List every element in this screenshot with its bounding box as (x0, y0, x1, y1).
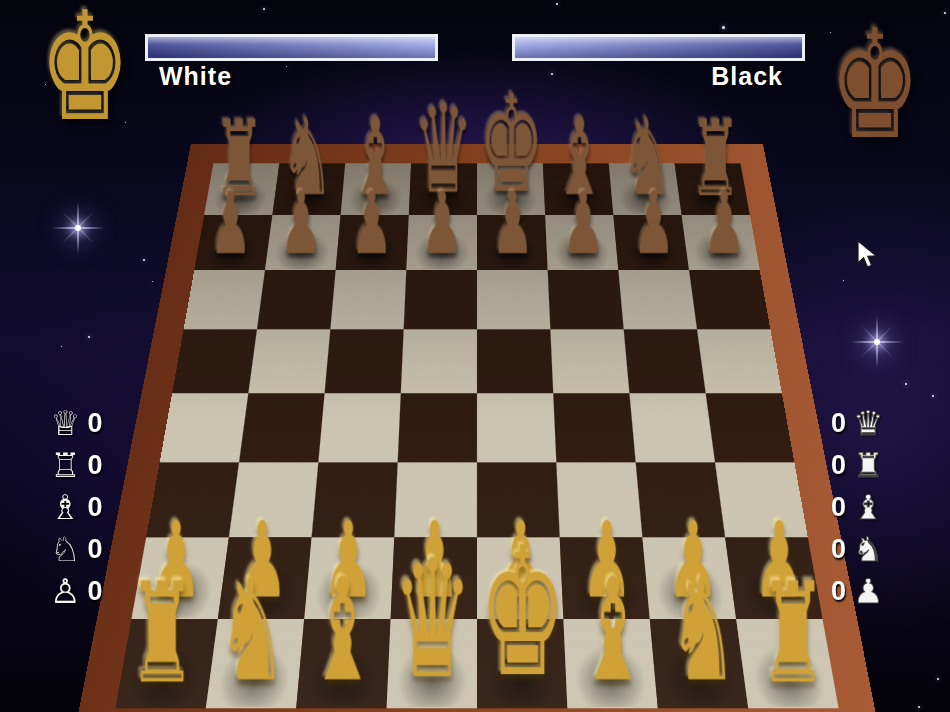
square-d4[interactable] (398, 393, 477, 462)
square-e1[interactable]: ♚ (477, 619, 567, 708)
star (143, 259, 145, 261)
left-queen-count: 0 (87, 408, 102, 439)
square-c7[interactable]: ♟ (336, 215, 409, 270)
square-b1[interactable]: ♞ (206, 619, 304, 708)
bright-star (873, 338, 881, 346)
piece-black-pawn[interactable]: ♟ (632, 180, 674, 266)
white-progress-fill (148, 37, 435, 58)
square-g5[interactable] (624, 329, 706, 393)
black-progress-bar (512, 34, 805, 61)
board-grid: ♜♞♝♛♚♝♞♜♟♟♟♟♟♟♟♟♟♟♟♟♟♟♟♟♜♞♝♛♚♝♞♜ (115, 164, 838, 709)
black-king-statue-icon: ♚ (824, 10, 926, 160)
left-rook-count: 0 (87, 450, 102, 481)
square-f4[interactable] (553, 393, 635, 462)
left-captured-row-bishop: ♗0 (50, 488, 103, 526)
star (61, 346, 62, 347)
right-bishop-count: 0 (831, 492, 846, 523)
square-f7[interactable]: ♟ (545, 215, 618, 270)
square-f5[interactable] (550, 329, 629, 393)
square-b7[interactable]: ♟ (265, 215, 341, 270)
star (918, 706, 920, 708)
white-king-statue-icon: ♚ (34, 0, 136, 142)
right-captured-row-queen: 0♛ (831, 404, 884, 442)
square-h7[interactable]: ♟ (682, 215, 760, 270)
right-captured-row-pawn: 0♟ (831, 572, 884, 610)
piece-white-knight[interactable]: ♞ (668, 561, 738, 703)
square-h5[interactable] (697, 329, 782, 393)
square-e7[interactable]: ♟ (477, 215, 548, 270)
square-b6[interactable] (257, 270, 336, 329)
right-pawn-count: 0 (831, 576, 846, 607)
board-rank-4 (160, 393, 795, 462)
square-d6[interactable] (404, 270, 477, 329)
bishop-icon: ♝ (853, 490, 883, 524)
square-a1[interactable]: ♜ (115, 619, 217, 708)
star (263, 8, 265, 10)
chess-board[interactable]: ♜♞♝♛♚♝♞♜♟♟♟♟♟♟♟♟♟♟♟♟♟♟♟♟♜♞♝♛♚♝♞♜ (72, 144, 883, 712)
board-rank-5 (172, 329, 782, 393)
left-captured-counters: ♕0♖0♗0♘0♙0 (50, 404, 103, 610)
square-g7[interactable]: ♟ (613, 215, 689, 270)
queen-icon: ♛ (853, 406, 883, 440)
square-c1[interactable]: ♝ (296, 619, 390, 708)
square-h1[interactable]: ♜ (736, 619, 838, 708)
board-rank-6 (184, 270, 771, 329)
square-d7[interactable]: ♟ (406, 215, 477, 270)
star (937, 678, 939, 680)
left-knight-count: 0 (87, 534, 102, 565)
star (556, 3, 558, 5)
square-a7[interactable]: ♟ (194, 215, 272, 270)
piece-black-pawn[interactable]: ♟ (491, 180, 533, 266)
rook-icon: ♜ (853, 448, 883, 482)
piece-white-rook[interactable]: ♜ (759, 564, 827, 702)
piece-black-pawn[interactable]: ♟ (703, 180, 745, 266)
star (286, 66, 287, 67)
piece-white-king[interactable]: ♚ (479, 525, 566, 703)
right-captured-row-rook: 0♜ (831, 446, 884, 484)
square-b5[interactable] (248, 329, 330, 393)
left-captured-row-rook: ♖0 (50, 446, 103, 484)
piece-white-bishop[interactable]: ♝ (307, 561, 377, 703)
piece-white-knight[interactable]: ♞ (217, 561, 287, 703)
right-captured-row-bishop: 0♝ (831, 488, 884, 526)
bishop-icon: ♗ (50, 490, 80, 524)
piece-black-pawn[interactable]: ♟ (562, 180, 604, 266)
mouse-cursor (855, 240, 879, 270)
star (551, 73, 553, 75)
rook-icon: ♖ (50, 448, 80, 482)
piece-white-bishop[interactable]: ♝ (577, 561, 647, 703)
star (905, 383, 907, 385)
square-e5[interactable] (477, 329, 553, 393)
square-c6[interactable] (330, 270, 406, 329)
black-progress-fill (515, 37, 802, 58)
white-progress-bar (145, 34, 438, 61)
square-h6[interactable] (689, 270, 770, 329)
right-queen-count: 0 (831, 408, 846, 439)
knight-icon: ♞ (853, 532, 883, 566)
star (843, 280, 844, 281)
left-captured-row-queen: ♕0 (50, 404, 103, 442)
square-a5[interactable] (172, 329, 257, 393)
piece-white-queen[interactable]: ♛ (392, 539, 472, 702)
square-g4[interactable] (629, 393, 715, 462)
left-bishop-count: 0 (87, 492, 102, 523)
right-knight-count: 0 (831, 534, 846, 565)
square-g1[interactable]: ♞ (650, 619, 748, 708)
piece-white-rook[interactable]: ♜ (128, 564, 196, 702)
knight-icon: ♘ (50, 532, 80, 566)
black-player-label: Black (711, 62, 783, 91)
board-rank-1: ♜♞♝♛♚♝♞♜ (115, 619, 838, 708)
square-d5[interactable] (401, 329, 477, 393)
left-pawn-count: 0 (87, 576, 102, 607)
square-f1[interactable]: ♝ (563, 619, 657, 708)
pawn-icon: ♙ (50, 574, 80, 608)
square-h4[interactable] (706, 393, 795, 462)
square-e6[interactable] (477, 270, 550, 329)
star (152, 281, 153, 282)
star (722, 26, 725, 29)
square-g6[interactable] (618, 270, 697, 329)
right-captured-counters: 0♛0♜0♝0♞0♟ (831, 404, 884, 610)
square-f6[interactable] (548, 270, 624, 329)
piece-black-pawn[interactable]: ♟ (350, 180, 392, 266)
pawn-icon: ♟ (853, 574, 883, 608)
left-captured-row-knight: ♘0 (50, 530, 103, 568)
star (932, 395, 934, 397)
star (88, 336, 90, 338)
square-a4[interactable] (160, 393, 249, 462)
board-rank-7: ♟♟♟♟♟♟♟♟ (194, 215, 759, 270)
white-player-label: White (159, 62, 232, 91)
piece-black-pawn[interactable]: ♟ (280, 180, 322, 266)
game-screen: ♚ ♚ White Black ♜♞♝♛♚♝♞♜♟♟♟♟♟♟♟♟♟♟♟♟♟♟♟♟… (0, 0, 950, 712)
square-b4[interactable] (239, 393, 325, 462)
square-d1[interactable]: ♛ (387, 619, 477, 708)
piece-black-pawn[interactable]: ♟ (209, 180, 251, 266)
left-captured-row-pawn: ♙0 (50, 572, 103, 610)
square-a6[interactable] (184, 270, 265, 329)
square-e4[interactable] (477, 393, 556, 462)
piece-black-pawn[interactable]: ♟ (421, 180, 463, 266)
bright-star (74, 224, 82, 232)
queen-icon: ♕ (50, 406, 80, 440)
square-c4[interactable] (318, 393, 400, 462)
right-rook-count: 0 (831, 450, 846, 481)
right-captured-row-knight: 0♞ (831, 530, 884, 568)
star (944, 12, 946, 14)
square-c5[interactable] (325, 329, 404, 393)
